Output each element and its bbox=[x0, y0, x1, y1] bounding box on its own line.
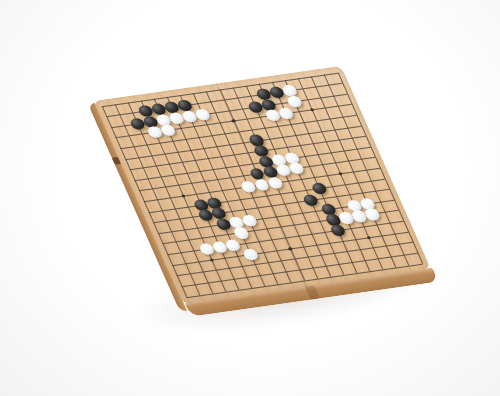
black-stone bbox=[310, 182, 328, 195]
star-point bbox=[288, 247, 293, 250]
star-point bbox=[181, 194, 186, 197]
board-grid bbox=[102, 73, 423, 298]
star-point bbox=[209, 258, 214, 261]
white-stone bbox=[266, 177, 284, 190]
white-stone bbox=[286, 95, 304, 108]
product-photo-scene bbox=[0, 0, 500, 396]
star-point bbox=[231, 119, 236, 122]
front-hinge-seam bbox=[305, 284, 320, 299]
black-stone bbox=[329, 224, 347, 237]
white-stone bbox=[242, 248, 260, 261]
go-board bbox=[93, 66, 431, 304]
white-stone bbox=[233, 226, 251, 239]
board-top-face bbox=[93, 66, 431, 304]
black-stone bbox=[302, 194, 320, 207]
